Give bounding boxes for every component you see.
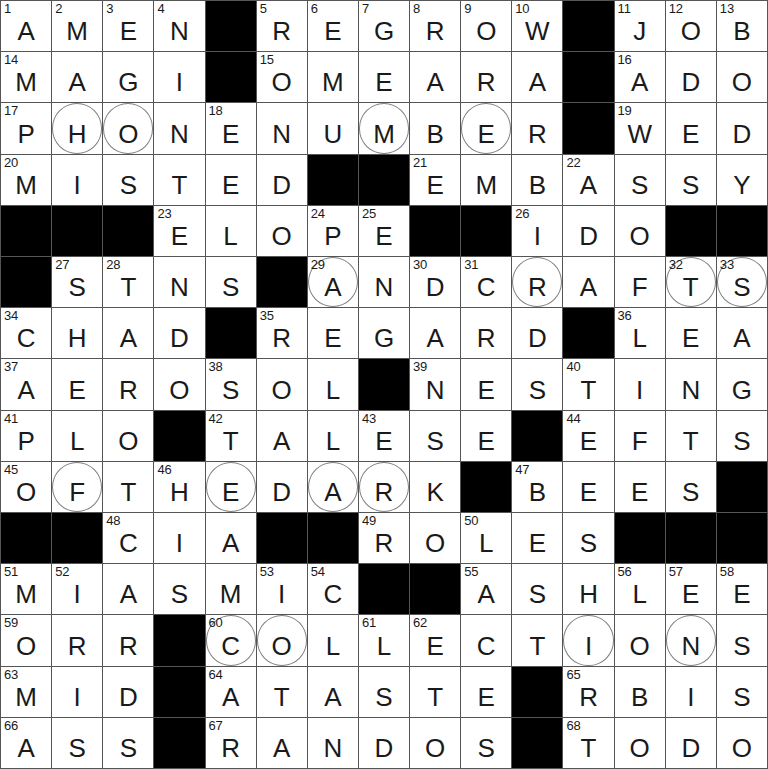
cell-letter: O <box>615 223 665 249</box>
cell-letter: S <box>512 377 562 403</box>
cell-r9c6[interactable]: A <box>257 411 307 461</box>
cell-letter: D <box>257 479 307 505</box>
cell-r3c11[interactable]: R <box>512 103 562 153</box>
cell-r3c8[interactable]: M <box>359 103 409 153</box>
cell-r2c6[interactable]: 15O <box>257 52 307 102</box>
cell-r8c11[interactable]: S <box>512 359 562 409</box>
cell-r10c6[interactable]: D <box>257 462 307 512</box>
cell-letter: C <box>308 581 358 607</box>
cell-letter: A <box>206 684 256 710</box>
cell-r2c11[interactable]: A <box>512 52 562 102</box>
cell-letter: B <box>512 172 562 198</box>
cell-r3c7[interactable]: U <box>308 103 358 153</box>
cell-r6c14[interactable]: 32T <box>666 257 716 307</box>
cell-letter: E <box>206 172 256 198</box>
cell-r11c9[interactable]: O <box>410 513 460 563</box>
cell-r9c12[interactable]: 44E <box>563 411 613 461</box>
cell-r6c7[interactable]: 29A <box>308 257 358 307</box>
cell-r1c2[interactable]: 2M <box>52 1 102 51</box>
cell-r10c13[interactable]: E <box>615 462 665 512</box>
cell-letter: E <box>154 223 204 249</box>
cell-letter: E <box>563 428 613 454</box>
black-cell-r15c4 <box>154 718 204 768</box>
cell-r5c8[interactable]: 25E <box>359 206 409 256</box>
cell-r8c9[interactable]: 39N <box>410 359 460 409</box>
cell-r1c1[interactable]: 1A <box>1 1 51 51</box>
cell-r15c2[interactable]: S <box>52 718 102 768</box>
cell-r4c13[interactable]: S <box>615 155 665 205</box>
cell-r13c13[interactable]: O <box>615 615 665 665</box>
cell-r7c1[interactable]: 34C <box>1 308 51 358</box>
cell-r13c8[interactable]: 61L <box>359 615 409 665</box>
cell-r7c13[interactable]: 36L <box>615 308 665 358</box>
clue-number: 67 <box>209 718 223 734</box>
cell-r1c7[interactable]: 6E <box>308 1 358 51</box>
cell-r8c12[interactable]: 40T <box>563 359 613 409</box>
cell-letter: R <box>512 274 562 300</box>
cell-r13c6[interactable]: O <box>257 615 307 665</box>
cell-letter: C <box>1 325 51 351</box>
cell-letter: A <box>717 325 767 351</box>
cell-r8c14[interactable]: N <box>666 359 716 409</box>
cell-letter: B <box>410 121 460 147</box>
cell-r10c9[interactable]: K <box>410 462 460 512</box>
black-cell-r10c15 <box>717 462 767 512</box>
cell-r1c9[interactable]: 8R <box>410 1 460 51</box>
cell-r8c4[interactable]: O <box>154 359 204 409</box>
cell-r13c11[interactable]: T <box>512 615 562 665</box>
cell-letter: O <box>1 633 51 659</box>
black-cell-r6c6 <box>257 257 307 307</box>
cell-r7c14[interactable]: E <box>666 308 716 358</box>
cell-r13c5[interactable]: 60C <box>206 615 256 665</box>
cell-r7c3[interactable]: A <box>103 308 153 358</box>
cell-r12c15[interactable]: 58E <box>717 564 767 614</box>
cell-r1c10[interactable]: 9O <box>461 1 511 51</box>
cell-r11c8[interactable]: 49R <box>359 513 409 563</box>
cell-r4c10[interactable]: M <box>461 155 511 205</box>
cell-r2c9[interactable]: A <box>410 52 460 102</box>
cell-r5c5[interactable]: L <box>206 206 256 256</box>
cell-letter: P <box>1 428 51 454</box>
clue-number: 29 <box>311 257 325 273</box>
cell-r5c7[interactable]: 24P <box>308 206 358 256</box>
cell-letter: D <box>154 325 204 351</box>
cell-letter: E <box>410 172 460 198</box>
cell-letter: L <box>52 428 102 454</box>
cell-r12c13[interactable]: 56L <box>615 564 665 614</box>
cell-r3c2[interactable]: H <box>52 103 102 153</box>
cell-r1c15[interactable]: 13B <box>717 1 767 51</box>
cell-r3c10[interactable]: E <box>461 103 511 153</box>
clue-number: 21 <box>413 155 427 171</box>
cell-r1c11[interactable]: 10W <box>512 1 562 51</box>
cell-r4c15[interactable]: Y <box>717 155 767 205</box>
cell-r14c3[interactable]: D <box>103 667 153 717</box>
cell-r14c7[interactable]: A <box>308 667 358 717</box>
cell-r4c11[interactable]: B <box>512 155 562 205</box>
cell-r15c1[interactable]: 66A <box>1 718 51 768</box>
cell-r13c12[interactable]: I <box>563 615 613 665</box>
cell-r3c13[interactable]: 19W <box>615 103 665 153</box>
cell-r15c15[interactable]: O <box>717 718 767 768</box>
cell-r3c1[interactable]: 17P <box>1 103 51 153</box>
cell-r6c4[interactable]: N <box>154 257 204 307</box>
cell-letter: D <box>512 325 562 351</box>
cell-letter: I <box>154 530 204 556</box>
cell-letter: O <box>461 18 511 44</box>
cell-r10c2[interactable]: F <box>52 462 102 512</box>
cell-r6c10[interactable]: 31C <box>461 257 511 307</box>
cell-r7c8[interactable]: G <box>359 308 409 358</box>
cell-letter: R <box>359 479 409 505</box>
cell-r1c8[interactable]: 7G <box>359 1 409 51</box>
cell-r12c12[interactable]: H <box>563 564 613 614</box>
cell-r2c13[interactable]: 16A <box>615 52 665 102</box>
cell-r6c9[interactable]: 30D <box>410 257 460 307</box>
black-cell-r8c8 <box>359 359 409 409</box>
cell-r14c13[interactable]: B <box>615 667 665 717</box>
cell-letter: W <box>615 121 665 147</box>
cell-r7c10[interactable]: R <box>461 308 511 358</box>
black-cell-r7c5 <box>206 308 256 358</box>
cell-r10c14[interactable]: S <box>666 462 716 512</box>
cell-letter: E <box>308 18 358 44</box>
cell-r10c12[interactable]: E <box>563 462 613 512</box>
cell-r14c2[interactable]: I <box>52 667 102 717</box>
cell-letter: C <box>206 633 256 659</box>
cell-letter: F <box>615 428 665 454</box>
cell-r2c15[interactable]: O <box>717 52 767 102</box>
cell-letter: A <box>410 69 460 95</box>
clue-number: 46 <box>157 462 171 478</box>
cell-r14c10[interactable]: E <box>461 667 511 717</box>
cell-letter: M <box>308 69 358 95</box>
cell-letter: E <box>103 18 153 44</box>
cell-r9c8[interactable]: 43E <box>359 411 409 461</box>
cell-r15c3[interactable]: S <box>103 718 153 768</box>
black-cell-r14c4 <box>154 667 204 717</box>
cell-r6c2[interactable]: 27S <box>52 257 102 307</box>
cell-r3c5[interactable]: 18E <box>206 103 256 153</box>
cell-r15c10[interactable]: S <box>461 718 511 768</box>
black-cell-r11c14 <box>666 513 716 563</box>
cell-r12c3[interactable]: A <box>103 564 153 614</box>
cell-r3c4[interactable]: N <box>154 103 204 153</box>
cell-letter: P <box>1 121 51 147</box>
cell-r12c4[interactable]: S <box>154 564 204 614</box>
cell-r3c6[interactable]: N <box>257 103 307 153</box>
cell-letter: S <box>52 735 102 761</box>
cell-r4c14[interactable]: S <box>666 155 716 205</box>
cell-r8c13[interactable]: I <box>615 359 665 409</box>
cell-letter: I <box>666 684 716 710</box>
clue-number: 6 <box>311 1 318 17</box>
cell-r13c3[interactable]: R <box>103 615 153 665</box>
cell-r8c2[interactable]: E <box>52 359 102 409</box>
cell-r1c13[interactable]: 11J <box>615 1 665 51</box>
cell-r6c8[interactable]: N <box>359 257 409 307</box>
cell-r13c2[interactable]: R <box>52 615 102 665</box>
cell-letter: L <box>308 633 358 659</box>
cell-letter: A <box>512 69 562 95</box>
clue-number: 26 <box>515 206 529 222</box>
cell-letter: A <box>257 428 307 454</box>
cell-r9c2[interactable]: L <box>52 411 102 461</box>
cell-letter: T <box>103 274 153 300</box>
cell-r13c9[interactable]: 62E <box>410 615 460 665</box>
black-cell-r5c15 <box>717 206 767 256</box>
cell-letter: D <box>103 684 153 710</box>
cell-letter: O <box>717 69 767 95</box>
cell-r13c1[interactable]: 59O <box>1 615 51 665</box>
cell-r14c1[interactable]: 63M <box>1 667 51 717</box>
cell-r12c11[interactable]: S <box>512 564 562 614</box>
cell-r6c15[interactable]: 33S <box>717 257 767 307</box>
cell-letter: R <box>257 325 307 351</box>
clue-number: 41 <box>4 411 18 427</box>
cell-r4c1[interactable]: 20M <box>1 155 51 205</box>
cell-letter: N <box>666 633 716 659</box>
cell-r6c11[interactable]: R <box>512 257 562 307</box>
cell-r15c8[interactable]: D <box>359 718 409 768</box>
cell-r15c5[interactable]: 67R <box>206 718 256 768</box>
cell-r6c13[interactable]: F <box>615 257 665 307</box>
cell-r3c15[interactable]: D <box>717 103 767 153</box>
cell-letter: S <box>461 735 511 761</box>
cell-r9c10[interactable]: E <box>461 411 511 461</box>
cell-letter: I <box>615 377 665 403</box>
cell-r8c3[interactable]: R <box>103 359 153 409</box>
cell-letter: S <box>52 274 102 300</box>
clue-number: 23 <box>157 206 171 222</box>
cell-r7c11[interactable]: D <box>512 308 562 358</box>
cell-r13c7[interactable]: L <box>308 615 358 665</box>
cell-r5c4[interactable]: 23E <box>154 206 204 256</box>
cell-r1c4[interactable]: 4N <box>154 1 204 51</box>
cell-letter: G <box>717 377 767 403</box>
cell-r14c15[interactable]: S <box>717 667 767 717</box>
cell-r10c3[interactable]: T <box>103 462 153 512</box>
cell-r2c8[interactable]: E <box>359 52 409 102</box>
cell-r6c5[interactable]: S <box>206 257 256 307</box>
cell-r4c9[interactable]: 21E <box>410 155 460 205</box>
cell-r8c15[interactable]: G <box>717 359 767 409</box>
cell-r12c10[interactable]: 55A <box>461 564 511 614</box>
cell-r2c7[interactable]: M <box>308 52 358 102</box>
cell-r12c7[interactable]: 54C <box>308 564 358 614</box>
cell-letter: E <box>666 121 716 147</box>
cell-letter: F <box>52 479 102 505</box>
cell-r4c12[interactable]: 22A <box>563 155 613 205</box>
cell-r4c4[interactable]: T <box>154 155 204 205</box>
cell-r15c14[interactable]: D <box>666 718 716 768</box>
clue-number: 64 <box>209 667 223 683</box>
cell-letter: D <box>563 223 613 249</box>
black-cell-r9c11 <box>512 411 562 461</box>
cell-r13c15[interactable]: S <box>717 615 767 665</box>
cell-letter: S <box>103 172 153 198</box>
cell-r14c5[interactable]: 64A <box>206 667 256 717</box>
cell-r7c2[interactable]: H <box>52 308 102 358</box>
cell-r9c9[interactable]: S <box>410 411 460 461</box>
clue-number: 43 <box>362 411 376 427</box>
cell-r10c1[interactable]: 45O <box>1 462 51 512</box>
cell-r12c6[interactable]: 53I <box>257 564 307 614</box>
cell-r7c15[interactable]: A <box>717 308 767 358</box>
cell-r7c4[interactable]: D <box>154 308 204 358</box>
cell-r8c6[interactable]: O <box>257 359 307 409</box>
cell-letter: D <box>257 172 307 198</box>
cell-letter: R <box>52 633 102 659</box>
cell-letter: E <box>461 377 511 403</box>
cell-r15c12[interactable]: 68T <box>563 718 613 768</box>
cell-r13c10[interactable]: C <box>461 615 511 665</box>
cell-r1c14[interactable]: 12O <box>666 1 716 51</box>
cell-r5c6[interactable]: O <box>257 206 307 256</box>
clue-number: 11 <box>618 1 631 17</box>
cell-r11c5[interactable]: A <box>206 513 256 563</box>
cell-r3c9[interactable]: B <box>410 103 460 153</box>
cell-r12c1[interactable]: 51M <box>1 564 51 614</box>
cell-letter: E <box>206 479 256 505</box>
cell-r14c8[interactable]: S <box>359 667 409 717</box>
cell-letter: C <box>461 274 511 300</box>
clue-number: 36 <box>618 308 632 324</box>
clue-number: 51 <box>4 564 18 580</box>
cell-letter: S <box>666 172 716 198</box>
cell-letter: S <box>717 633 767 659</box>
clue-number: 55 <box>464 564 478 580</box>
cell-r2c3[interactable]: G <box>103 52 153 102</box>
cell-r12c5[interactable]: M <box>206 564 256 614</box>
cell-r6c12[interactable]: A <box>563 257 613 307</box>
cell-r15c13[interactable]: O <box>615 718 665 768</box>
cell-r15c9[interactable]: O <box>410 718 460 768</box>
cell-letter: N <box>666 377 716 403</box>
cell-r10c8[interactable]: R <box>359 462 409 512</box>
cell-r14c14[interactable]: I <box>666 667 716 717</box>
cell-r8c1[interactable]: 37A <box>1 359 51 409</box>
cell-letter: M <box>461 172 511 198</box>
cell-r8c5[interactable]: 38S <box>206 359 256 409</box>
cell-letter: I <box>154 69 204 95</box>
cell-r2c2[interactable]: A <box>52 52 102 102</box>
cell-letter: D <box>717 121 767 147</box>
cell-r3c3[interactable]: O <box>103 103 153 153</box>
clue-number: 30 <box>413 257 427 273</box>
cell-letter: P <box>308 223 358 249</box>
black-cell-r11c1 <box>1 513 51 563</box>
cell-r2c10[interactable]: R <box>461 52 511 102</box>
cell-letter: M <box>52 18 102 44</box>
cell-r11c4[interactable]: I <box>154 513 204 563</box>
cell-r9c5[interactable]: 42T <box>206 411 256 461</box>
cell-r6c3[interactable]: 28T <box>103 257 153 307</box>
cell-r14c6[interactable]: T <box>257 667 307 717</box>
cell-r9c3[interactable]: O <box>103 411 153 461</box>
cell-r15c7[interactable]: N <box>308 718 358 768</box>
clue-number: 40 <box>566 359 580 375</box>
cell-r14c9[interactable]: T <box>410 667 460 717</box>
cell-r9c1[interactable]: 41P <box>1 411 51 461</box>
cell-r4c6[interactable]: D <box>257 155 307 205</box>
cell-letter: E <box>666 325 716 351</box>
cell-letter: G <box>103 69 153 95</box>
cell-letter: T <box>563 735 613 761</box>
cell-r12c14[interactable]: 57E <box>666 564 716 614</box>
cell-letter: T <box>563 377 613 403</box>
cell-r5c13[interactable]: O <box>615 206 665 256</box>
cell-letter: O <box>666 18 716 44</box>
black-cell-r4c7 <box>308 155 358 205</box>
cell-letter: O <box>257 69 307 95</box>
cell-r11c3[interactable]: 48C <box>103 513 153 563</box>
cell-r10c7[interactable]: A <box>308 462 358 512</box>
cell-r15c6[interactable]: A <box>257 718 307 768</box>
cell-r12c2[interactable]: 52I <box>52 564 102 614</box>
cell-r10c11[interactable]: 47B <box>512 462 562 512</box>
cell-r4c2[interactable]: I <box>52 155 102 205</box>
clue-number: 42 <box>209 411 223 427</box>
cell-r7c7[interactable]: E <box>308 308 358 358</box>
clue-number: 16 <box>618 52 632 68</box>
clue-number: 17 <box>4 103 18 119</box>
cell-r2c4[interactable]: I <box>154 52 204 102</box>
cell-r5c11[interactable]: 26I <box>512 206 562 256</box>
cell-r9c7[interactable]: L <box>308 411 358 461</box>
clue-number: 9 <box>464 1 471 17</box>
cell-r10c4[interactable]: 46H <box>154 462 204 512</box>
clue-number: 10 <box>515 1 529 17</box>
cell-r2c1[interactable]: 14M <box>1 52 51 102</box>
cell-letter: N <box>359 274 409 300</box>
cell-r2c14[interactable]: D <box>666 52 716 102</box>
cell-r1c6[interactable]: 5R <box>257 1 307 51</box>
cell-r14c12[interactable]: 65R <box>563 667 613 717</box>
cell-r8c10[interactable]: E <box>461 359 511 409</box>
cell-r9c14[interactable]: T <box>666 411 716 461</box>
cell-letter: E <box>666 581 716 607</box>
cell-r9c13[interactable]: F <box>615 411 665 461</box>
cell-letter: E <box>359 428 409 454</box>
cell-r11c10[interactable]: 50L <box>461 513 511 563</box>
cell-letter: L <box>461 530 511 556</box>
cell-r4c3[interactable]: S <box>103 155 153 205</box>
cell-r5c12[interactable]: D <box>563 206 613 256</box>
cell-r9c15[interactable]: S <box>717 411 767 461</box>
cell-r13c14[interactable]: N <box>666 615 716 665</box>
cell-letter: M <box>1 581 51 607</box>
cell-r8c7[interactable]: L <box>308 359 358 409</box>
cell-letter: E <box>359 69 409 95</box>
cell-letter: H <box>563 581 613 607</box>
cell-letter: E <box>512 530 562 556</box>
cell-r11c12[interactable]: S <box>563 513 613 563</box>
cell-r3c14[interactable]: E <box>666 103 716 153</box>
cell-r4c5[interactable]: E <box>206 155 256 205</box>
black-cell-r4c8 <box>359 155 409 205</box>
cell-r10c5[interactable]: E <box>206 462 256 512</box>
cell-r1c3[interactable]: 3E <box>103 1 153 51</box>
cell-r11c11[interactable]: E <box>512 513 562 563</box>
clue-number: 48 <box>106 513 120 529</box>
clue-number: 2 <box>55 1 62 17</box>
cell-r7c9[interactable]: A <box>410 308 460 358</box>
cell-letter: E <box>461 684 511 710</box>
cell-letter: J <box>615 18 665 44</box>
cell-r7c6[interactable]: 35R <box>257 308 307 358</box>
